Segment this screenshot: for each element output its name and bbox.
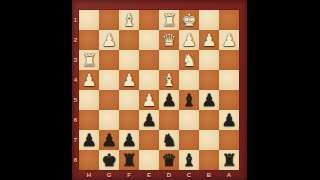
black-pawn-piece: ♟ xyxy=(79,130,99,150)
letterbox-left xyxy=(0,0,72,180)
white-rook-piece: ♜ xyxy=(159,10,179,30)
square-h1[interactable] xyxy=(79,10,99,30)
file-labels: HGFEDCBA xyxy=(79,170,239,180)
white-queen-piece: ♛ xyxy=(159,30,179,50)
file-label-a: A xyxy=(219,170,239,180)
square-c5[interactable]: ♝ xyxy=(179,90,199,110)
square-h2[interactable] xyxy=(79,30,99,50)
square-g5[interactable] xyxy=(99,90,119,110)
square-h6[interactable] xyxy=(79,110,99,130)
black-pawn-piece: ♟ xyxy=(199,90,219,110)
chess-board-frame: 12345678 ♝♜♚♟♛♟♟♟♜♞♟♟♝♟♟♝♟♟♟♟♟♟♞♚♜♛♝♜ HG… xyxy=(72,0,247,180)
rank-labels: 12345678 xyxy=(72,10,79,170)
square-h3[interactable]: ♜ xyxy=(79,50,99,70)
square-f1[interactable]: ♝ xyxy=(119,10,139,30)
square-e3[interactable] xyxy=(139,50,159,70)
square-g2[interactable]: ♟ xyxy=(99,30,119,50)
square-f8[interactable]: ♜ xyxy=(119,150,139,170)
square-a7[interactable] xyxy=(219,130,239,150)
white-bishop-piece: ♝ xyxy=(159,70,179,90)
square-b1[interactable] xyxy=(199,10,219,30)
black-pawn-piece: ♟ xyxy=(159,90,179,110)
white-king-piece: ♚ xyxy=(179,10,199,30)
black-pawn-piece: ♟ xyxy=(139,110,159,130)
square-a8[interactable]: ♜ xyxy=(219,150,239,170)
square-g6[interactable] xyxy=(99,110,119,130)
square-f6[interactable] xyxy=(119,110,139,130)
square-a6[interactable]: ♟ xyxy=(219,110,239,130)
white-knight-piece: ♞ xyxy=(179,50,199,70)
file-label-c: C xyxy=(179,170,199,180)
square-e7[interactable] xyxy=(139,130,159,150)
black-rook-piece: ♜ xyxy=(219,150,239,170)
square-f5[interactable] xyxy=(119,90,139,110)
white-pawn-piece: ♟ xyxy=(119,70,139,90)
square-f4[interactable]: ♟ xyxy=(119,70,139,90)
black-bishop-piece: ♝ xyxy=(179,90,199,110)
square-e6[interactable]: ♟ xyxy=(139,110,159,130)
rank-label-5: 5 xyxy=(72,90,79,110)
white-pawn-piece: ♟ xyxy=(139,90,159,110)
rank-label-4: 4 xyxy=(72,70,79,90)
square-a1[interactable] xyxy=(219,10,239,30)
square-a5[interactable] xyxy=(219,90,239,110)
file-label-b: B xyxy=(199,170,219,180)
square-a4[interactable] xyxy=(219,70,239,90)
file-label-e: E xyxy=(139,170,159,180)
square-b6[interactable] xyxy=(199,110,219,130)
square-d2[interactable]: ♛ xyxy=(159,30,179,50)
black-knight-piece: ♞ xyxy=(159,130,179,150)
white-rook-piece: ♜ xyxy=(79,50,99,70)
square-h8[interactable] xyxy=(79,150,99,170)
rank-label-1: 1 xyxy=(72,10,79,30)
white-pawn-piece: ♟ xyxy=(99,30,119,50)
square-d6[interactable] xyxy=(159,110,179,130)
square-e2[interactable] xyxy=(139,30,159,50)
square-c7[interactable] xyxy=(179,130,199,150)
square-b3[interactable] xyxy=(199,50,219,70)
chess-board: ♝♜♚♟♛♟♟♟♜♞♟♟♝♟♟♝♟♟♟♟♟♟♞♚♜♛♝♜ xyxy=(79,10,239,170)
black-pawn-piece: ♟ xyxy=(99,130,119,150)
white-pawn-piece: ♟ xyxy=(199,30,219,50)
square-g8[interactable]: ♚ xyxy=(99,150,119,170)
file-label-g: G xyxy=(99,170,119,180)
black-king-piece: ♚ xyxy=(99,150,119,170)
square-h4[interactable]: ♟ xyxy=(79,70,99,90)
letterbox-right xyxy=(247,0,320,180)
square-f7[interactable]: ♟ xyxy=(119,130,139,150)
white-pawn-piece: ♟ xyxy=(79,70,99,90)
black-queen-piece: ♛ xyxy=(159,150,179,170)
square-g7[interactable]: ♟ xyxy=(99,130,119,150)
square-d8[interactable]: ♛ xyxy=(159,150,179,170)
square-f3[interactable] xyxy=(119,50,139,70)
square-g1[interactable] xyxy=(99,10,119,30)
square-b8[interactable] xyxy=(199,150,219,170)
black-rook-piece: ♜ xyxy=(119,150,139,170)
file-label-d: D xyxy=(159,170,179,180)
square-g3[interactable] xyxy=(99,50,119,70)
square-e4[interactable] xyxy=(139,70,159,90)
square-e1[interactable] xyxy=(139,10,159,30)
square-c8[interactable]: ♝ xyxy=(179,150,199,170)
square-b4[interactable] xyxy=(199,70,219,90)
square-e8[interactable] xyxy=(139,150,159,170)
black-bishop-piece: ♝ xyxy=(179,150,199,170)
square-f2[interactable] xyxy=(119,30,139,50)
rank-label-7: 7 xyxy=(72,130,79,150)
square-h7[interactable]: ♟ xyxy=(79,130,99,150)
square-c3[interactable]: ♞ xyxy=(179,50,199,70)
white-bishop-piece: ♝ xyxy=(119,10,139,30)
rank-label-2: 2 xyxy=(72,30,79,50)
file-label-f: F xyxy=(119,170,139,180)
square-d5[interactable]: ♟ xyxy=(159,90,179,110)
square-c4[interactable] xyxy=(179,70,199,90)
square-d3[interactable] xyxy=(159,50,179,70)
square-b2[interactable]: ♟ xyxy=(199,30,219,50)
square-c6[interactable] xyxy=(179,110,199,130)
square-e5[interactable]: ♟ xyxy=(139,90,159,110)
black-pawn-piece: ♟ xyxy=(219,110,239,130)
file-label-h: H xyxy=(79,170,99,180)
white-pawn-piece: ♟ xyxy=(219,30,239,50)
square-c1[interactable]: ♚ xyxy=(179,10,199,30)
black-pawn-piece: ♟ xyxy=(119,130,139,150)
square-h5[interactable] xyxy=(79,90,99,110)
white-pawn-piece: ♟ xyxy=(179,30,199,50)
rank-label-6: 6 xyxy=(72,110,79,130)
square-b5[interactable]: ♟ xyxy=(199,90,219,110)
rank-label-8: 8 xyxy=(72,150,79,170)
square-g4[interactable] xyxy=(99,70,119,90)
square-d1[interactable]: ♜ xyxy=(159,10,179,30)
square-b7[interactable] xyxy=(199,130,219,150)
square-d7[interactable]: ♞ xyxy=(159,130,179,150)
square-a3[interactable] xyxy=(219,50,239,70)
square-a2[interactable]: ♟ xyxy=(219,30,239,50)
rank-label-3: 3 xyxy=(72,50,79,70)
square-c2[interactable]: ♟ xyxy=(179,30,199,50)
square-d4[interactable]: ♝ xyxy=(159,70,179,90)
